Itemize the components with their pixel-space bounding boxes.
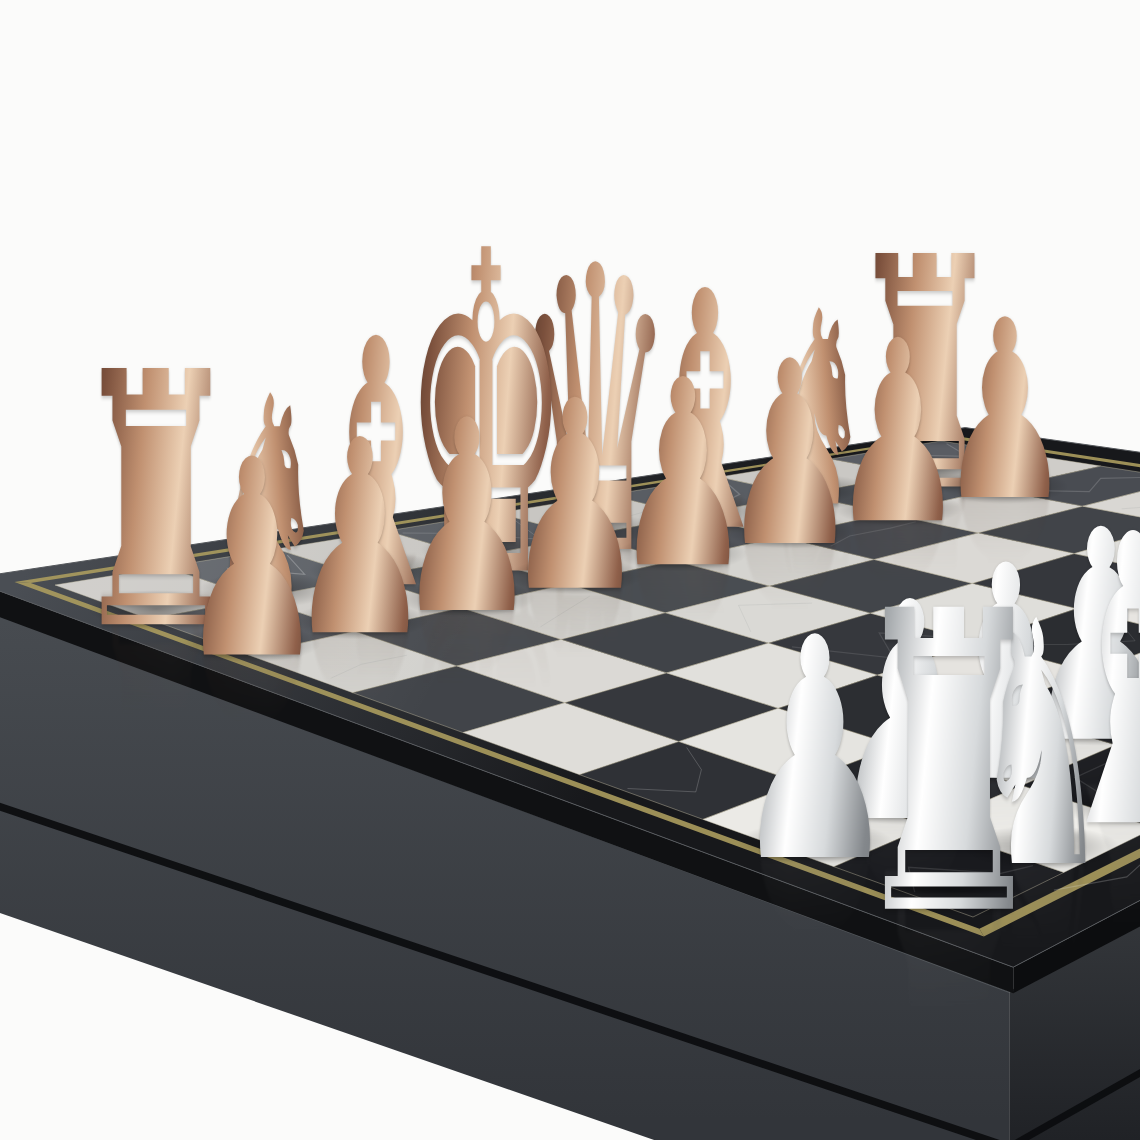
piece-silver-white-rook-a1[interactable]: ♜: [847, 559, 1051, 973]
pieces-layer: ♜♜♞♞♝♝♚♚♛♛♝♝♞♞♜♜♟♟♟♟♟♟♟♟♟♟♟♟♟♟♟♟♜♜♞♞♝♝♚♚…: [0, 0, 1140, 1140]
piece-bronze-black-pawn-a7[interactable]: ♟: [179, 425, 326, 698]
chess-set-photo: ♜♜♞♞♝♝♚♚♛♛♝♝♞♞♜♜♟♟♟♟♟♟♟♟♟♟♟♟♟♟♟♟♜♜♞♞♝♝♚♚…: [0, 0, 1140, 1140]
